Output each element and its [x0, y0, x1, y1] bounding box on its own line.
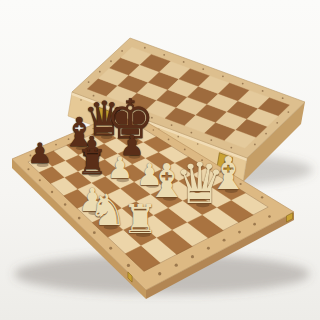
piece-black-rook-c6: ♜: [77, 145, 108, 179]
piece-white-queen-f2: ♛: [175, 155, 226, 212]
piece-black-pawn-a8: ♟: [27, 140, 52, 168]
piece-white-knight-a3: ♞: [88, 189, 127, 232]
pieces-layer: ♛♚♝♟♟♟♜♟♟♝♝♛♟♞♜: [0, 0, 320, 320]
piece-white-rook-b2: ♜: [122, 200, 158, 240]
piece-white-pawn-d5: ♟: [107, 154, 134, 184]
chess-set-product-photo: ♛♚♝♟♟♟♜♟♟♝♝♛♟♞♜: [0, 0, 320, 320]
